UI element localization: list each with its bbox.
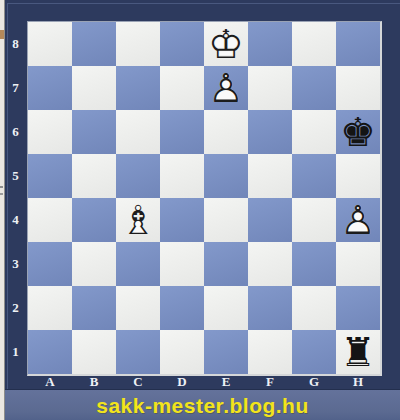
rank-label-3: 3	[4, 242, 27, 286]
footer-banner: sakk-mester.blog.hu	[5, 389, 400, 420]
square-c5[interactable]	[116, 154, 160, 198]
square-e5[interactable]	[204, 154, 248, 198]
square-h7[interactable]	[336, 66, 380, 110]
square-h2[interactable]	[336, 286, 380, 330]
file-label-g: G	[292, 374, 336, 390]
square-b2[interactable]	[72, 286, 116, 330]
square-d8[interactable]	[160, 22, 204, 66]
square-f3[interactable]	[248, 242, 292, 286]
square-c4[interactable]: ♝♗	[116, 198, 160, 242]
square-c2[interactable]	[116, 286, 160, 330]
rank-label-7: 7	[4, 66, 27, 110]
square-e4[interactable]	[204, 198, 248, 242]
rank-label-8: 8	[4, 22, 27, 66]
square-a1[interactable]	[28, 330, 72, 374]
square-a7[interactable]	[28, 66, 72, 110]
square-c7[interactable]	[116, 66, 160, 110]
square-g5[interactable]	[292, 154, 336, 198]
square-d5[interactable]	[160, 154, 204, 198]
chess-diagram: 87654321 ♚♔♟♙♚♝♗♟♙♜ ABCDEFGH sakk-mester…	[0, 0, 400, 420]
square-g3[interactable]	[292, 242, 336, 286]
square-c6[interactable]	[116, 110, 160, 154]
file-labels: ABCDEFGH	[28, 374, 380, 389]
rank-label-5: 5	[4, 154, 27, 198]
square-b4[interactable]	[72, 198, 116, 242]
square-b1[interactable]	[72, 330, 116, 374]
square-f7[interactable]	[248, 66, 292, 110]
square-f4[interactable]	[248, 198, 292, 242]
square-e6[interactable]	[204, 110, 248, 154]
white-pawn[interactable]: ♟♙	[336, 198, 380, 242]
square-b8[interactable]	[72, 22, 116, 66]
square-h5[interactable]	[336, 154, 380, 198]
square-d4[interactable]	[160, 198, 204, 242]
white-king[interactable]: ♚♔	[204, 22, 248, 66]
square-b7[interactable]	[72, 66, 116, 110]
square-g2[interactable]	[292, 286, 336, 330]
square-c3[interactable]	[116, 242, 160, 286]
square-d1[interactable]	[160, 330, 204, 374]
black-king-glyph: ♚	[336, 110, 380, 154]
white-bishop[interactable]: ♝♗	[116, 198, 160, 242]
square-g6[interactable]	[292, 110, 336, 154]
square-d6[interactable]	[160, 110, 204, 154]
square-a2[interactable]	[28, 286, 72, 330]
blog-watermark: sakk-mester.blog.hu	[96, 394, 309, 418]
square-b3[interactable]	[72, 242, 116, 286]
file-label-d: D	[160, 374, 204, 390]
white-pawn-outline: ♙	[204, 66, 248, 110]
white-king-outline: ♔	[204, 22, 248, 66]
rank-labels: 87654321	[4, 22, 27, 374]
square-a3[interactable]	[28, 242, 72, 286]
square-g7[interactable]	[292, 66, 336, 110]
square-e7[interactable]: ♟♙	[204, 66, 248, 110]
square-c1[interactable]	[116, 330, 160, 374]
square-e2[interactable]	[204, 286, 248, 330]
white-pawn-outline: ♙	[336, 198, 380, 242]
file-label-a: A	[28, 374, 72, 390]
black-rook-glyph: ♜	[336, 330, 380, 374]
square-g8[interactable]	[292, 22, 336, 66]
square-a8[interactable]	[28, 22, 72, 66]
rank-label-1: 1	[4, 330, 27, 374]
square-h1[interactable]: ♜	[336, 330, 380, 374]
square-f2[interactable]	[248, 286, 292, 330]
square-h8[interactable]	[336, 22, 380, 66]
square-f6[interactable]	[248, 110, 292, 154]
white-bishop-outline: ♗	[116, 198, 160, 242]
square-h4[interactable]: ♟♙	[336, 198, 380, 242]
file-label-b: B	[72, 374, 116, 390]
page-edge-dash	[0, 193, 3, 195]
square-e8[interactable]: ♚♔	[204, 22, 248, 66]
square-e1[interactable]	[204, 330, 248, 374]
black-king[interactable]: ♚	[336, 110, 380, 154]
black-rook[interactable]: ♜	[336, 330, 380, 374]
square-b6[interactable]	[72, 110, 116, 154]
file-label-h: H	[336, 374, 380, 390]
file-label-f: F	[248, 374, 292, 390]
square-a5[interactable]	[28, 154, 72, 198]
square-e3[interactable]	[204, 242, 248, 286]
square-d3[interactable]	[160, 242, 204, 286]
square-f5[interactable]	[248, 154, 292, 198]
page-edge-dash	[0, 186, 3, 188]
square-b5[interactable]	[72, 154, 116, 198]
square-f8[interactable]	[248, 22, 292, 66]
square-a4[interactable]	[28, 198, 72, 242]
square-d7[interactable]	[160, 66, 204, 110]
chess-board: ♚♔♟♙♚♝♗♟♙♜	[27, 21, 382, 376]
rank-label-6: 6	[4, 110, 27, 154]
rank-label-4: 4	[4, 198, 27, 242]
square-f1[interactable]	[248, 330, 292, 374]
file-label-e: E	[204, 374, 248, 390]
rank-label-2: 2	[4, 286, 27, 330]
square-a6[interactable]	[28, 110, 72, 154]
square-d2[interactable]	[160, 286, 204, 330]
square-h3[interactable]	[336, 242, 380, 286]
file-label-c: C	[116, 374, 160, 390]
square-c8[interactable]	[116, 22, 160, 66]
square-h6[interactable]: ♚	[336, 110, 380, 154]
white-pawn[interactable]: ♟♙	[204, 66, 248, 110]
square-g1[interactable]	[292, 330, 336, 374]
square-g4[interactable]	[292, 198, 336, 242]
